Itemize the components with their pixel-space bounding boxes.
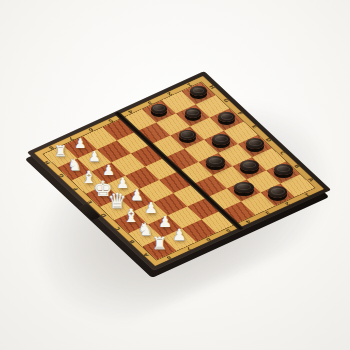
coord-number-bottom-6: 6	[203, 236, 214, 243]
coord-number-bottom-5: 5	[222, 227, 233, 234]
coord-number-bottom-4: 4	[242, 218, 253, 225]
coord-number-bottom-1: 1	[301, 191, 312, 198]
coord-number-bottom-2: 2	[282, 200, 293, 207]
product-photo-scene: HHGGFFEEDDCCBBAA8877665544332211 ♟♜♟♞♟♝♟…	[0, 0, 350, 350]
coord-number-bottom-3: 3	[262, 209, 273, 216]
coord-number-bottom-8: 8	[163, 254, 174, 261]
coord-number-bottom-7: 7	[183, 245, 194, 252]
